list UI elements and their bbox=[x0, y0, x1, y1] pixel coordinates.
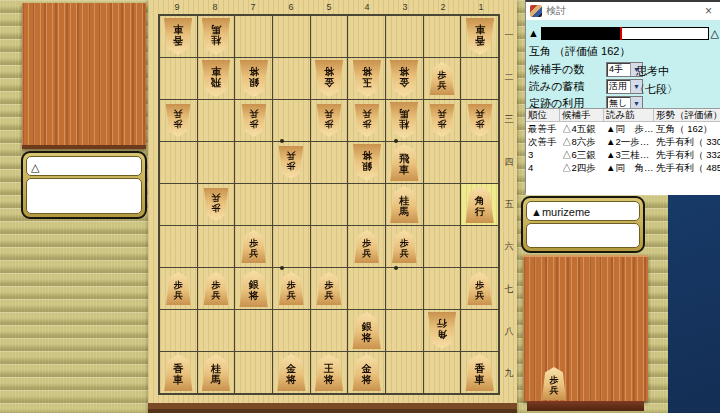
app-icon bbox=[530, 5, 542, 17]
board-square[interactable]: 飛車 bbox=[386, 142, 423, 183]
board-square[interactable] bbox=[235, 184, 272, 225]
board-square[interactable]: 香車 bbox=[461, 16, 498, 57]
candidate-row[interactable]: 次善手△8六歩▲2一歩…先手有利（ 330） bbox=[526, 135, 720, 148]
board-square[interactable]: 金将 bbox=[273, 352, 310, 393]
board-square[interactable] bbox=[198, 310, 235, 351]
shogi-piece-gote: 香車 bbox=[465, 18, 495, 55]
board-square[interactable]: 角行 bbox=[461, 184, 498, 225]
board-square[interactable] bbox=[273, 100, 310, 141]
sente-clock-plate bbox=[526, 223, 640, 248]
hand-piece-sente[interactable]: 歩兵 bbox=[541, 367, 567, 400]
shogi-piece-gote: 飛車 bbox=[201, 60, 231, 97]
board-square[interactable]: 歩兵 bbox=[235, 226, 272, 267]
board-square[interactable]: 銀将 bbox=[348, 310, 385, 351]
table-header-cell[interactable]: 形勢（評価値） bbox=[654, 109, 720, 121]
board-square[interactable] bbox=[386, 310, 423, 351]
shogi-piece-gote: 角行 bbox=[427, 312, 457, 349]
candidate-cell: 4 bbox=[526, 161, 560, 174]
board-square[interactable] bbox=[235, 310, 272, 351]
rank-label: 二 bbox=[502, 56, 516, 98]
board-square[interactable] bbox=[386, 352, 423, 393]
board-square[interactable]: 歩兵 bbox=[461, 268, 498, 309]
hoshi-dot bbox=[280, 266, 284, 270]
table-header-cell[interactable]: 順位 bbox=[526, 109, 560, 121]
candidate-cell: 先手有利（ 332） bbox=[654, 148, 720, 161]
table-header-cell[interactable]: 読み筋 bbox=[604, 109, 654, 121]
board-square[interactable]: 歩兵 bbox=[461, 100, 498, 141]
board-square[interactable]: 歩兵 bbox=[424, 58, 461, 99]
shogi-piece-gote: 桂馬 bbox=[389, 102, 419, 139]
board-square[interactable]: 金将 bbox=[386, 58, 423, 99]
candidate-cell: ▲同 角… bbox=[604, 161, 654, 174]
table-header-cell[interactable]: 候補手 bbox=[560, 109, 604, 121]
board-square[interactable] bbox=[273, 16, 310, 57]
control-memory: 読みの蓄積 活用 ▼ bbox=[529, 79, 643, 94]
board-side-edge-dark bbox=[148, 409, 517, 413]
analysis-window: 検討 × ▲ △ 互角 （評価値 162） 候補手の数 4手 ▼ 読みの蓄積 活… bbox=[525, 0, 720, 193]
evaluation-fill bbox=[542, 28, 622, 39]
shogi-piece-sente: 金将 bbox=[276, 354, 306, 391]
board-square[interactable] bbox=[235, 352, 272, 393]
rank-label: 三 bbox=[502, 99, 516, 141]
shogi-piece-gote: 銀将 bbox=[352, 144, 382, 181]
board-square[interactable] bbox=[235, 16, 272, 57]
board-square[interactable] bbox=[424, 184, 461, 225]
control-label: 読みの蓄積 bbox=[529, 79, 606, 94]
shogi-piece-sente: 歩兵 bbox=[278, 272, 304, 305]
board-square[interactable] bbox=[311, 16, 348, 57]
board-square[interactable] bbox=[461, 226, 498, 267]
sente-mark: ▲ bbox=[528, 26, 539, 40]
hoshi-dot bbox=[394, 266, 398, 270]
shogi-piece-gote: 銀将 bbox=[239, 60, 269, 97]
board-square[interactable]: 歩兵 bbox=[311, 100, 348, 141]
evaluation-bar-row: ▲ △ bbox=[528, 26, 719, 40]
file-label: 6 bbox=[272, 1, 310, 13]
sente-piece-stand: 歩兵 bbox=[523, 255, 648, 401]
board-square[interactable]: 香車 bbox=[461, 352, 498, 393]
shogi-piece-gote: 桂馬 bbox=[201, 18, 231, 55]
board-square[interactable]: 金将 bbox=[311, 58, 348, 99]
board-square[interactable]: 歩兵 bbox=[198, 184, 235, 225]
sente-name-plate: ▲murizeme bbox=[526, 201, 640, 221]
board-square[interactable] bbox=[311, 142, 348, 183]
board-square[interactable] bbox=[424, 226, 461, 267]
hoshi-dot bbox=[394, 139, 398, 143]
board-square[interactable] bbox=[273, 310, 310, 351]
board-square[interactable]: 玉将 bbox=[348, 58, 385, 99]
gote-mark: △ bbox=[711, 26, 719, 40]
shogi-piece-gote: 歩兵 bbox=[429, 104, 455, 137]
board-square[interactable]: 歩兵 bbox=[198, 268, 235, 309]
board-square[interactable] bbox=[273, 184, 310, 225]
shogi-piece-sente: 銀将 bbox=[239, 270, 269, 307]
board-square[interactable] bbox=[160, 226, 197, 267]
shogi-piece-gote: 歩兵 bbox=[241, 104, 267, 137]
hoshi-dot bbox=[280, 139, 284, 143]
shogi-piece-gote: 玉将 bbox=[352, 60, 382, 97]
board-square[interactable] bbox=[424, 352, 461, 393]
board-square[interactable]: 歩兵 bbox=[235, 100, 272, 141]
shogi-piece-sente: 桂馬 bbox=[389, 186, 419, 223]
file-label: 4 bbox=[348, 1, 386, 13]
rank-labels: 一二三四五六七八九 bbox=[502, 14, 516, 395]
shogi-piece-sente: 歩兵 bbox=[165, 272, 191, 305]
rank-label: 一 bbox=[502, 14, 516, 56]
shogi-piece-sente: 飛車 bbox=[389, 144, 419, 181]
board-square[interactable] bbox=[235, 142, 272, 183]
candidate-cell: △4五銀 bbox=[560, 122, 604, 135]
assessment-text: 互角 （評価値 162） bbox=[529, 44, 630, 59]
rank-label: 九 bbox=[502, 353, 516, 395]
file-label: 9 bbox=[158, 1, 196, 13]
shogi-piece-sente: 歩兵 bbox=[429, 62, 455, 95]
candidate-cell: 互角（ 162） bbox=[654, 122, 720, 135]
board-square[interactable] bbox=[160, 58, 197, 99]
shogi-piece-sente: 歩兵 bbox=[467, 272, 493, 305]
app-screen: 987654321 一二三四五六七八九 香車桂馬香車飛車銀将金将玉将金将歩兵歩兵… bbox=[0, 0, 720, 413]
board-square[interactable]: 歩兵 bbox=[160, 100, 197, 141]
candidate-table: 順位候補手読み筋形勢（評価値） 最善手△4五銀▲同 歩…互角（ 162）次善手△… bbox=[526, 108, 720, 195]
candidate-cell: 最善手 bbox=[526, 122, 560, 135]
board-square[interactable]: 歩兵 bbox=[348, 100, 385, 141]
shogi-piece-sente: 金将 bbox=[352, 354, 382, 391]
board-square[interactable]: 角行 bbox=[424, 310, 461, 351]
candidate-cell: △8六歩 bbox=[560, 135, 604, 148]
board-square[interactable]: 歩兵 bbox=[160, 268, 197, 309]
candidate-row[interactable]: 最善手△4五銀▲同 歩…互角（ 162） bbox=[526, 122, 720, 135]
evaluation-bar bbox=[541, 27, 709, 40]
board-square[interactable] bbox=[273, 58, 310, 99]
shogi-piece-sente: 銀将 bbox=[352, 312, 382, 349]
board-square[interactable]: 桂馬 bbox=[198, 16, 235, 57]
board-square[interactable]: 香車 bbox=[160, 352, 197, 393]
board-square[interactable] bbox=[348, 184, 385, 225]
shogi-piece-gote: 歩兵 bbox=[165, 104, 191, 137]
candidate-cell: ▲3三桂… bbox=[604, 148, 654, 161]
board-square[interactable]: 桂馬 bbox=[386, 100, 423, 141]
shogi-piece-gote: 歩兵 bbox=[203, 188, 229, 221]
gote-piece-stand bbox=[22, 3, 146, 149]
table-header: 順位候補手読み筋形勢（評価値） bbox=[526, 109, 720, 122]
shogi-piece-sente: 香車 bbox=[465, 354, 495, 391]
board-square[interactable]: 歩兵 bbox=[273, 268, 310, 309]
board-square[interactable] bbox=[461, 58, 498, 99]
candidate-cell: ▲同 歩… bbox=[604, 122, 654, 135]
rank-label: 四 bbox=[502, 141, 516, 183]
board-square[interactable]: 飛車 bbox=[198, 58, 235, 99]
shogi-board: 987654321 一二三四五六七八九 香車桂馬香車飛車銀将金将玉将金将歩兵歩兵… bbox=[148, 0, 517, 413]
rank-label: 五 bbox=[502, 183, 516, 225]
board-square[interactable]: 銀将 bbox=[235, 58, 272, 99]
shogi-piece-gote: 歩兵 bbox=[278, 146, 304, 179]
file-label: 5 bbox=[310, 1, 348, 13]
board-square[interactable]: 金将 bbox=[348, 352, 385, 393]
shogi-piece-sente: 角行 bbox=[465, 186, 495, 223]
gote-clock-plate bbox=[26, 178, 142, 214]
board-square[interactable] bbox=[160, 184, 197, 225]
engine-status: 思考中 bbox=[636, 64, 669, 79]
rank-label: 八 bbox=[502, 310, 516, 352]
board-square[interactable]: 銀将 bbox=[235, 268, 272, 309]
candidate-cell: 先手有利（ 330） bbox=[654, 135, 720, 148]
board-square[interactable] bbox=[311, 310, 348, 351]
board-square[interactable] bbox=[311, 226, 348, 267]
board-square[interactable] bbox=[461, 310, 498, 351]
board-square[interactable] bbox=[273, 226, 310, 267]
file-labels: 987654321 bbox=[158, 1, 500, 13]
gote-name-plate: △ bbox=[26, 156, 142, 176]
shogi-piece-sente: 歩兵 bbox=[316, 272, 342, 305]
window-title: 検討 bbox=[546, 4, 697, 18]
board-square[interactable]: 歩兵 bbox=[348, 226, 385, 267]
board-square[interactable] bbox=[386, 16, 423, 57]
board-square[interactable] bbox=[160, 142, 197, 183]
board-square[interactable] bbox=[386, 268, 423, 309]
candidate-cell: △6三銀 bbox=[560, 148, 604, 161]
gote-name-plates: △ bbox=[21, 151, 147, 219]
engine-rank: 〈七段〉 bbox=[634, 82, 678, 97]
shogi-piece-sente: 王将 bbox=[314, 354, 344, 391]
board-square[interactable] bbox=[198, 100, 235, 141]
board-square[interactable]: 王将 bbox=[311, 352, 348, 393]
board-square[interactable]: 桂馬 bbox=[198, 352, 235, 393]
shogi-piece-gote: 歩兵 bbox=[354, 104, 380, 137]
shogi-piece-gote: 香車 bbox=[163, 18, 193, 55]
candidate-cell: ▲2一歩… bbox=[604, 135, 654, 148]
board-square[interactable]: 歩兵 bbox=[424, 100, 461, 141]
candidate-cell: 先手有利（ 485） bbox=[654, 161, 720, 174]
file-label: 2 bbox=[424, 1, 462, 13]
board-square[interactable] bbox=[160, 310, 197, 351]
file-label: 7 bbox=[234, 1, 272, 13]
sente-stand-legs bbox=[527, 401, 644, 411]
board-square[interactable] bbox=[424, 268, 461, 309]
board-square[interactable] bbox=[461, 142, 498, 183]
shogi-piece-sente: 桂馬 bbox=[201, 354, 231, 391]
control-candidates: 候補手の数 4手 ▼ bbox=[529, 62, 643, 77]
shogi-piece-gote: 金将 bbox=[389, 60, 419, 97]
shogi-piece-gote: 歩兵 bbox=[316, 104, 342, 137]
shogi-piece-sente: 香車 bbox=[163, 354, 193, 391]
board-square[interactable] bbox=[348, 16, 385, 57]
board-square[interactable] bbox=[311, 184, 348, 225]
rank-label: 六 bbox=[502, 226, 516, 268]
shogi-piece-sente: 歩兵 bbox=[391, 230, 417, 263]
file-label: 1 bbox=[462, 1, 500, 13]
board-square[interactable]: 歩兵 bbox=[386, 226, 423, 267]
candidate-cell: 次善手 bbox=[526, 135, 560, 148]
board-square[interactable]: 歩兵 bbox=[273, 142, 310, 183]
analysis-titlebar[interactable]: 検討 × bbox=[526, 2, 720, 20]
board-square[interactable] bbox=[198, 142, 235, 183]
board-square[interactable] bbox=[424, 142, 461, 183]
file-label: 8 bbox=[196, 1, 234, 13]
board-square[interactable] bbox=[348, 268, 385, 309]
board-square[interactable]: 桂馬 bbox=[386, 184, 423, 225]
candidate-cell: 3 bbox=[526, 148, 560, 161]
board-square[interactable]: 香車 bbox=[160, 16, 197, 57]
shogi-piece-gote: 歩兵 bbox=[467, 104, 493, 137]
board-square[interactable] bbox=[198, 226, 235, 267]
rank-label: 七 bbox=[502, 268, 516, 310]
board-square[interactable]: 歩兵 bbox=[311, 268, 348, 309]
file-label: 3 bbox=[386, 1, 424, 13]
shogi-piece-sente: 歩兵 bbox=[241, 230, 267, 263]
board-square[interactable] bbox=[424, 16, 461, 57]
board-grid: 香車桂馬香車飛車銀将金将玉将金将歩兵歩兵歩兵歩兵歩兵桂馬歩兵歩兵歩兵銀将飛車歩兵… bbox=[158, 14, 500, 395]
board-square[interactable]: 銀将 bbox=[348, 142, 385, 183]
shogi-piece-gote: 金将 bbox=[314, 60, 344, 97]
candidate-cell: △2四歩 bbox=[560, 161, 604, 174]
close-icon[interactable]: × bbox=[701, 4, 716, 18]
control-label: 候補手の数 bbox=[529, 62, 606, 77]
sente-name-plates: ▲murizeme bbox=[521, 196, 645, 253]
candidate-row[interactable]: 4△2四歩▲同 角…先手有利（ 485） bbox=[526, 161, 720, 174]
shogi-piece-sente: 歩兵 bbox=[354, 230, 380, 263]
candidate-row[interactable]: 3△6三銀▲3三桂…先手有利（ 332） bbox=[526, 148, 720, 161]
shogi-piece-sente: 歩兵 bbox=[203, 272, 229, 305]
evaluation-marker bbox=[620, 27, 622, 40]
